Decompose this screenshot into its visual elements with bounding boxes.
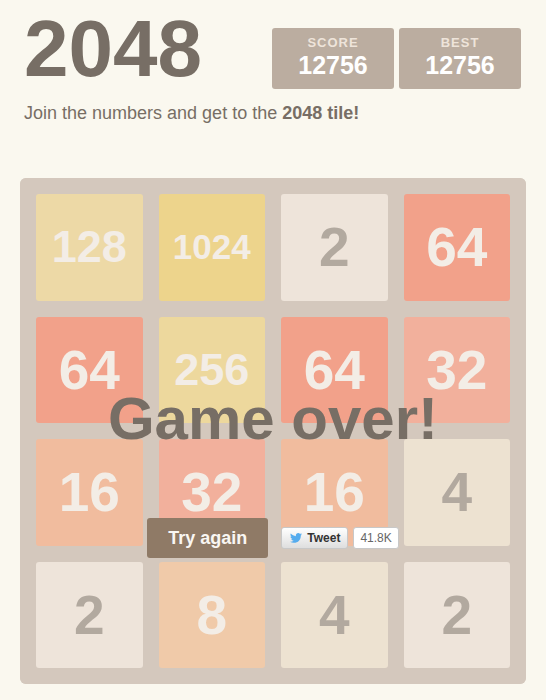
score-label: SCORE: [297, 35, 369, 50]
subtitle: Join the numbers and get to the 2048 til…: [24, 103, 359, 124]
tweet-count[interactable]: 41.8K: [353, 527, 398, 549]
subtitle-goal: 2048 tile!: [282, 103, 359, 123]
game-over-overlay: Game over! Try again Tweet 41.8K: [20, 178, 526, 684]
tweet-button-label: Tweet: [307, 531, 340, 545]
game-over-actions: Try again Tweet 41.8K: [20, 518, 526, 558]
best-label: BEST: [424, 35, 496, 50]
score-value: 12756: [297, 51, 369, 80]
best-score-box: BEST 12756: [399, 28, 521, 89]
score-box: SCORE 12756: [272, 28, 394, 89]
try-again-button[interactable]: Try again: [147, 518, 268, 558]
tweet-widget: Tweet 41.8K: [281, 527, 398, 549]
tweet-button[interactable]: Tweet: [281, 527, 348, 549]
best-value: 12756: [424, 51, 496, 80]
game-title: 2048: [24, 10, 202, 88]
game-over-message: Game over!: [20, 384, 526, 453]
subtitle-text: Join the numbers and get to the: [24, 103, 282, 123]
twitter-bird-icon: [289, 532, 303, 544]
game-board: 128 1024 2 64 64 256 64 32 16 32 16 4 2 …: [20, 178, 526, 684]
2048-game-page: 2048 SCORE 12756 BEST 12756 Join the num…: [0, 0, 546, 700]
score-panel: SCORE 12756 BEST 12756: [272, 28, 521, 89]
